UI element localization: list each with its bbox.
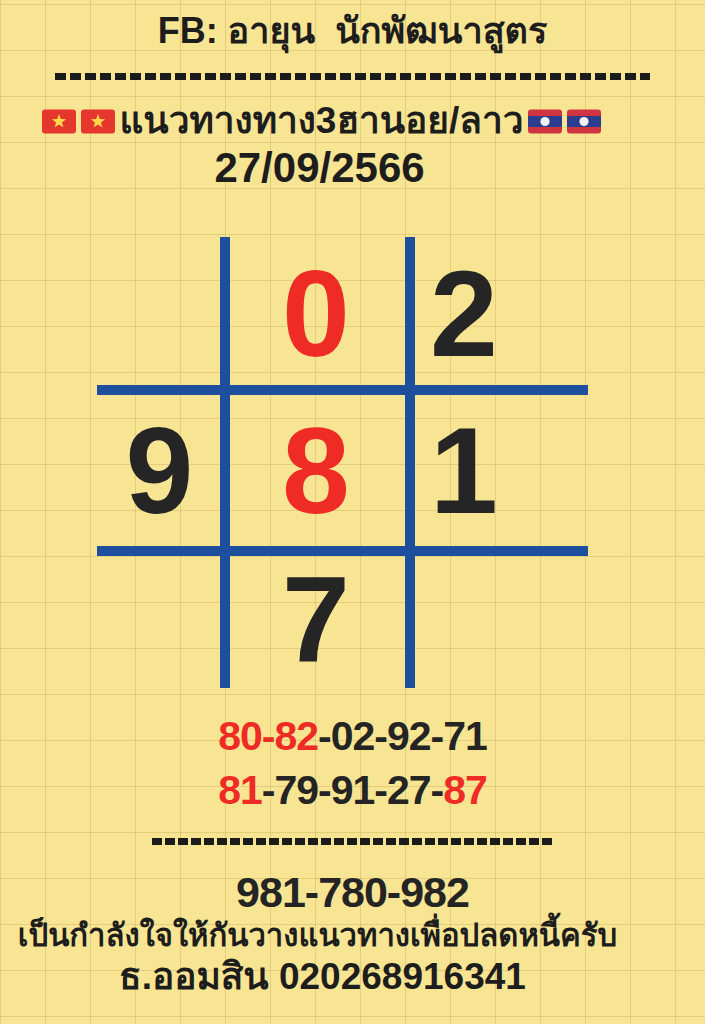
divider-dashed-bottom [152,838,554,845]
triple-number-set: 981-780-982 [0,867,705,917]
grid-cell-r3c2: 7 [220,551,410,688]
number-segment: -79-91-27- [262,767,443,813]
number-set-row-2: 81-79-91-27-87 [0,767,705,813]
grid-cell-r1c3: 2 [410,237,588,390]
grid-cell-r2c2: 8 [220,390,410,551]
bank-account-line: ธ.ออมสิน 020268916341 [0,955,705,999]
laos-flag-icon [527,108,563,135]
vietnam-flag-icon [41,108,77,135]
sheet-title: แนวทางทาง3ฮานอย/ลาว [119,98,523,144]
number-segment: -02-92-71 [318,713,487,759]
laos-flag-icon [566,108,602,135]
number-set-row-1: 80-82-02-92-71 [0,713,705,759]
page-title: FB: อายุน นักพัฒนาสูตร [0,8,705,54]
grid-cell-r1c2: 0 [220,237,410,390]
number-segment: 81 [218,767,262,813]
number-grid-board: 0 2 9 8 1 7 [97,237,588,688]
grid-cell-r2c1: 9 [97,390,220,551]
vietnam-flag-icon [80,108,116,135]
encouragement-message: เป็นกำลังใจให้กันวางแนวทางเพื่อปลดหนี้คร… [0,913,705,959]
grid-cell-r2c3: 1 [410,390,588,551]
number-segment: 87 [443,767,487,813]
board-cells: 0 2 9 8 1 7 [97,237,588,688]
lottery-tip-sheet: FB: อายุน นักพัฒนาสูตร แนวทางทาง3ฮานอย/ล… [0,0,705,1024]
divider-dashed-top [55,73,650,80]
number-segment: 80-82 [218,713,318,759]
title-row: แนวทางทาง3ฮานอย/ลาว [0,98,705,144]
draw-date: 27/09/2566 [0,146,705,190]
